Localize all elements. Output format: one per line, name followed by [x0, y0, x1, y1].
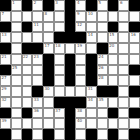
white-cell[interactable]: [43, 22, 54, 33]
black-cell: [65, 75, 76, 86]
clue-number: 25: [12, 66, 17, 70]
white-cell[interactable]: 22: [22, 54, 33, 65]
white-cell[interactable]: [32, 118, 43, 129]
clue-number: 2: [34, 1, 37, 5]
black-cell: [22, 43, 33, 54]
black-cell: [75, 97, 86, 108]
clue-number: 11: [34, 23, 39, 27]
black-cell: [129, 65, 140, 76]
clue-number: 31: [88, 87, 93, 91]
white-cell[interactable]: 19: [75, 43, 86, 54]
crossword-board: 1234567891011121314151617181920212223242…: [0, 0, 140, 140]
white-cell[interactable]: [118, 86, 129, 97]
white-cell[interactable]: 8: [43, 11, 54, 22]
white-cell[interactable]: 26: [97, 65, 108, 76]
white-cell[interactable]: 38: [75, 108, 86, 119]
white-cell[interactable]: [11, 108, 22, 119]
clue-number: 12: [77, 23, 82, 27]
black-cell: [97, 86, 108, 97]
black-cell: [75, 32, 86, 43]
black-cell: [129, 0, 140, 11]
white-cell[interactable]: [22, 32, 33, 43]
white-cell[interactable]: 20: [108, 43, 119, 54]
white-cell[interactable]: [65, 43, 76, 54]
black-cell: [43, 65, 54, 76]
clue-number: 9: [77, 12, 80, 16]
white-cell[interactable]: 25: [11, 65, 22, 76]
white-cell[interactable]: [75, 129, 86, 140]
clue-number: 29: [2, 87, 7, 91]
white-cell[interactable]: [54, 86, 65, 97]
white-cell[interactable]: [118, 75, 129, 86]
clue-number: 38: [77, 109, 82, 113]
white-cell[interactable]: [118, 43, 129, 54]
black-cell: [32, 86, 43, 97]
black-cell: [43, 54, 54, 65]
white-cell[interactable]: [11, 75, 22, 86]
white-cell[interactable]: [54, 11, 65, 22]
black-cell: [86, 129, 97, 140]
white-cell[interactable]: [86, 43, 97, 54]
white-cell[interactable]: [108, 54, 119, 65]
black-cell: [0, 22, 11, 33]
clue-number: 15: [109, 33, 114, 37]
black-cell: [65, 65, 76, 76]
white-cell[interactable]: [43, 97, 54, 108]
white-cell[interactable]: [32, 11, 43, 22]
clue-number: 19: [77, 44, 82, 48]
white-cell[interactable]: [22, 75, 33, 86]
black-cell: [22, 22, 33, 33]
white-cell[interactable]: 35: [97, 97, 108, 108]
white-cell[interactable]: [97, 22, 108, 33]
black-cell: [22, 129, 33, 140]
white-cell[interactable]: 1: [11, 0, 22, 11]
white-cell[interactable]: [11, 32, 22, 43]
black-cell: [65, 22, 76, 33]
clue-number: 34: [88, 98, 93, 102]
clue-number: 40: [77, 119, 82, 123]
clue-number: 23: [34, 55, 39, 59]
white-cell[interactable]: 36: [32, 108, 43, 119]
white-cell[interactable]: [129, 118, 140, 129]
black-cell: [108, 22, 119, 33]
white-cell[interactable]: [65, 86, 76, 97]
white-cell[interactable]: 6: [118, 0, 129, 11]
black-cell: [129, 129, 140, 140]
white-cell[interactable]: [11, 54, 22, 65]
white-cell[interactable]: [22, 86, 33, 97]
white-cell[interactable]: [43, 118, 54, 129]
black-cell: [65, 108, 76, 119]
white-cell[interactable]: [97, 11, 108, 22]
white-cell[interactable]: 27: [0, 75, 11, 86]
white-cell[interactable]: 11: [32, 22, 43, 33]
black-cell: [97, 43, 108, 54]
white-cell[interactable]: [54, 118, 65, 129]
white-cell[interactable]: 4: [75, 0, 86, 11]
white-cell[interactable]: [108, 65, 119, 76]
black-cell: [65, 97, 76, 108]
clue-number: 18: [55, 44, 60, 48]
white-cell[interactable]: [97, 118, 108, 129]
black-cell: [129, 108, 140, 119]
white-cell[interactable]: [32, 75, 43, 86]
black-cell: [0, 0, 11, 11]
white-cell[interactable]: [22, 118, 33, 129]
white-cell[interactable]: [86, 118, 97, 129]
white-cell[interactable]: [75, 65, 86, 76]
black-cell: [86, 54, 97, 65]
black-cell: [65, 129, 76, 140]
clue-number: 35: [98, 98, 103, 102]
white-cell[interactable]: [118, 108, 129, 119]
black-cell: [54, 97, 65, 108]
white-cell[interactable]: 10: [86, 11, 97, 22]
white-cell[interactable]: [129, 54, 140, 65]
white-cell[interactable]: [54, 75, 65, 86]
white-cell[interactable]: 40: [75, 118, 86, 129]
white-cell[interactable]: [43, 108, 54, 119]
white-cell[interactable]: [11, 22, 22, 33]
black-cell: [65, 32, 76, 43]
white-cell[interactable]: [118, 65, 129, 76]
clue-number: 22: [23, 55, 28, 59]
clue-number: 13: [2, 33, 7, 37]
black-cell: [22, 108, 33, 119]
white-cell[interactable]: 37: [54, 108, 65, 119]
white-cell[interactable]: 16: [129, 32, 140, 43]
white-cell[interactable]: 32: [0, 97, 11, 108]
black-cell: [65, 11, 76, 22]
white-cell[interactable]: 14: [86, 32, 97, 43]
black-cell: [54, 32, 65, 43]
clue-number: 27: [2, 76, 7, 80]
black-cell: [43, 129, 54, 140]
white-cell[interactable]: 2: [32, 0, 43, 11]
white-cell[interactable]: 12: [75, 22, 86, 33]
white-cell[interactable]: [22, 97, 33, 108]
white-cell[interactable]: 24: [97, 54, 108, 65]
white-cell[interactable]: 5: [97, 0, 108, 11]
white-cell[interactable]: [118, 97, 129, 108]
clue-number: 21: [2, 55, 7, 59]
clue-number: 33: [34, 98, 39, 102]
clue-number: 14: [88, 33, 93, 37]
white-cell[interactable]: [75, 86, 86, 97]
white-cell[interactable]: 33: [32, 97, 43, 108]
white-cell[interactable]: [86, 22, 97, 33]
white-cell[interactable]: [86, 108, 97, 119]
white-cell[interactable]: [97, 108, 108, 119]
white-cell[interactable]: [108, 118, 119, 129]
white-cell[interactable]: [129, 75, 140, 86]
white-cell[interactable]: [118, 129, 129, 140]
black-cell: [86, 65, 97, 76]
black-cell: [0, 129, 11, 140]
black-cell: [65, 0, 76, 11]
clue-number: 32: [2, 98, 7, 102]
white-cell[interactable]: 28: [97, 75, 108, 86]
white-cell[interactable]: [32, 32, 43, 43]
black-cell: [129, 22, 140, 33]
clue-number: 36: [34, 109, 39, 113]
white-cell[interactable]: 39: [0, 118, 11, 129]
white-cell[interactable]: [108, 97, 119, 108]
black-cell: [65, 118, 76, 129]
white-cell[interactable]: [75, 75, 86, 86]
white-cell[interactable]: 9: [75, 11, 86, 22]
white-cell[interactable]: [54, 129, 65, 140]
white-cell[interactable]: [32, 65, 43, 76]
white-cell[interactable]: [22, 11, 33, 22]
black-cell: [22, 0, 33, 11]
black-cell: [0, 43, 11, 54]
white-cell[interactable]: [11, 11, 22, 22]
white-cell[interactable]: [11, 118, 22, 129]
white-cell[interactable]: [118, 11, 129, 22]
white-cell[interactable]: [129, 43, 140, 54]
clue-number: 24: [98, 55, 103, 59]
white-cell[interactable]: 21: [0, 54, 11, 65]
clue-number: 39: [2, 119, 7, 123]
clue-number: 16: [131, 33, 136, 37]
black-cell: [108, 0, 119, 11]
clue-number: 4: [77, 1, 80, 5]
white-cell[interactable]: [11, 43, 22, 54]
white-cell[interactable]: [11, 129, 22, 140]
white-cell[interactable]: [54, 22, 65, 33]
clue-number: 30: [45, 87, 50, 91]
black-cell: [108, 108, 119, 119]
clue-number: 6: [120, 1, 123, 5]
white-cell[interactable]: 17: [43, 43, 54, 54]
black-cell: [0, 108, 11, 119]
white-cell[interactable]: 3: [54, 0, 65, 11]
black-cell: [86, 75, 97, 86]
white-cell[interactable]: 7: [0, 11, 11, 22]
white-cell[interactable]: 31: [86, 86, 97, 97]
black-cell: [65, 54, 76, 65]
white-cell[interactable]: [108, 75, 119, 86]
clue-number: 26: [98, 66, 103, 70]
white-cell[interactable]: 30: [43, 86, 54, 97]
white-cell[interactable]: [97, 32, 108, 43]
clue-number: 17: [45, 44, 50, 48]
white-cell[interactable]: 23: [32, 54, 43, 65]
white-cell[interactable]: [129, 11, 140, 22]
white-cell[interactable]: [32, 129, 43, 140]
clue-number: 37: [55, 109, 60, 113]
white-cell[interactable]: [118, 22, 129, 33]
white-cell[interactable]: [11, 86, 22, 97]
clue-number: 1: [12, 1, 15, 5]
black-cell: [86, 0, 97, 11]
clue-number: 28: [98, 76, 103, 80]
white-cell[interactable]: [54, 65, 65, 76]
white-cell[interactable]: [43, 32, 54, 43]
black-cell: [129, 86, 140, 97]
white-cell[interactable]: [129, 97, 140, 108]
clue-number: 7: [2, 12, 5, 16]
black-cell: [43, 75, 54, 86]
white-cell[interactable]: 13: [0, 32, 11, 43]
clue-number: 3: [55, 1, 58, 5]
white-cell[interactable]: 18: [54, 43, 65, 54]
clue-number: 8: [45, 12, 48, 16]
white-cell[interactable]: [97, 129, 108, 140]
black-cell: [108, 86, 119, 97]
white-cell[interactable]: [22, 65, 33, 76]
white-cell[interactable]: [118, 118, 129, 129]
white-cell[interactable]: 15: [108, 32, 119, 43]
white-cell[interactable]: [11, 97, 22, 108]
clue-number: 5: [98, 1, 101, 5]
black-cell: [0, 65, 11, 76]
black-cell: [108, 129, 119, 140]
white-cell[interactable]: [54, 54, 65, 65]
white-cell[interactable]: 34: [86, 97, 97, 108]
white-cell[interactable]: [118, 32, 129, 43]
clue-number: 10: [88, 12, 93, 16]
clue-number: 20: [109, 44, 114, 48]
white-cell[interactable]: 29: [0, 86, 11, 97]
white-cell[interactable]: [75, 54, 86, 65]
white-cell[interactable]: [108, 11, 119, 22]
white-cell[interactable]: [118, 54, 129, 65]
black-cell: [32, 43, 43, 54]
black-cell: [43, 0, 54, 11]
